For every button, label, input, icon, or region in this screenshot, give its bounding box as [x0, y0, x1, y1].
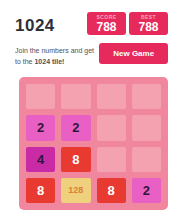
app-container: 1024 SCORE 788 BEST 788 Join the numbers… [0, 0, 175, 220]
tile-8-r3c2: 8 [61, 147, 90, 172]
tile-2-r4c4: 2 [132, 178, 161, 203]
empty-cell-r3c3 [97, 147, 126, 172]
intro-goal: 1024 tile! [34, 58, 64, 65]
intro-text: Join the numbers and get to the 1024 til… [15, 43, 99, 67]
best-box: BEST 788 [129, 12, 168, 35]
header: 1024 SCORE 788 BEST 788 [0, 0, 175, 36]
score-value: 788 [96, 21, 116, 33]
score-box: SCORE 788 [87, 12, 126, 35]
score-panel: SCORE 788 BEST 788 [87, 12, 168, 35]
game-title: 1024 [15, 16, 55, 36]
tile-2-r2c1: 2 [26, 115, 55, 140]
empty-cell-r1c3 [97, 84, 126, 109]
empty-cell-r2c4 [132, 115, 161, 140]
new-game-button[interactable]: New Game [99, 43, 168, 64]
empty-cell-r1c4 [132, 84, 161, 109]
empty-cell-r1c1 [26, 84, 55, 109]
tile-128-r4c2: 128 [61, 178, 90, 203]
best-value: 788 [138, 21, 158, 33]
empty-cell-r2c3 [97, 115, 126, 140]
tile-8-r4c1: 8 [26, 178, 55, 203]
best-label: BEST [141, 15, 156, 20]
tile-4-r3c1: 4 [26, 147, 55, 172]
subheader: Join the numbers and get to the 1024 til… [0, 36, 175, 67]
board[interactable]: 2248812882 [19, 77, 168, 210]
empty-cell-r1c2 [61, 84, 90, 109]
tile-8-r4c3: 8 [97, 178, 126, 203]
score-label: SCORE [97, 15, 117, 20]
empty-cell-r3c4 [132, 147, 161, 172]
tile-2-r2c2: 2 [61, 115, 90, 140]
